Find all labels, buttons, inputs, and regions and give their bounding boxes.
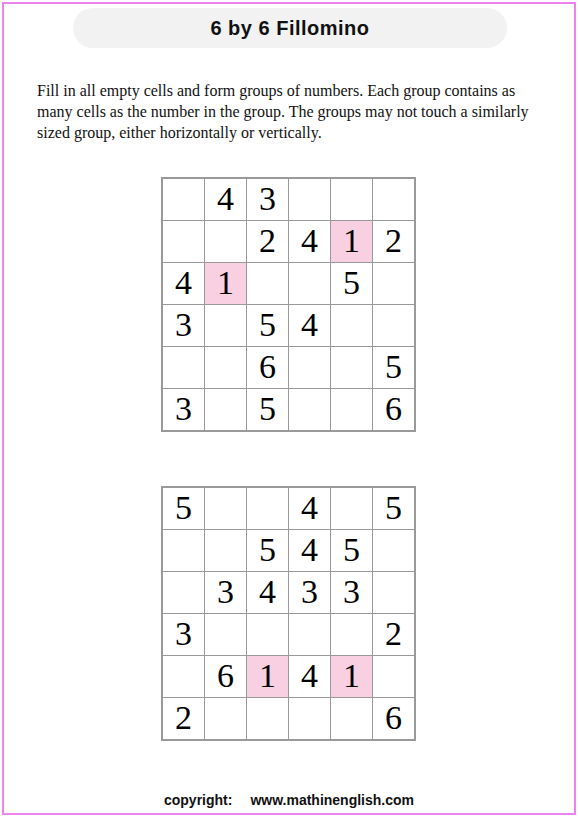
instructions-text: Fill in all empty cells and form groups … bbox=[37, 80, 543, 143]
grid2-cell-r5c1[interactable] bbox=[163, 656, 204, 697]
grid2-cell-r2c6[interactable] bbox=[373, 530, 414, 571]
grid2-cell-r4c1: 3 bbox=[163, 614, 204, 655]
grid2-cell-r3c5: 3 bbox=[331, 572, 372, 613]
grid1-cell-r1c3: 3 bbox=[247, 179, 288, 220]
grid1-cell-r5c2[interactable] bbox=[205, 347, 246, 388]
grid2-cell-r6c5[interactable] bbox=[331, 698, 372, 739]
grid2-cell-r1c1: 5 bbox=[163, 488, 204, 529]
grid2-cell-r6c6: 6 bbox=[373, 698, 414, 739]
fillomino-grid-1: 43241241535465356 bbox=[161, 177, 416, 432]
worksheet-page: 6 by 6 Fillomino Fill in all empty cells… bbox=[0, 0, 578, 818]
website-url: www.mathinenglish.com bbox=[250, 792, 414, 808]
grid2-cell-r1c6: 5 bbox=[373, 488, 414, 529]
grid2-cell-r5c3: 1 bbox=[247, 656, 288, 697]
grid2-cell-r6c2[interactable] bbox=[205, 698, 246, 739]
grid2-cell-r5c4: 4 bbox=[289, 656, 330, 697]
grid1-cell-r3c2: 1 bbox=[205, 263, 246, 304]
grid1-cell-r1c5[interactable] bbox=[331, 179, 372, 220]
grid2-cell-r2c1[interactable] bbox=[163, 530, 204, 571]
grid2-cell-r3c6[interactable] bbox=[373, 572, 414, 613]
grid1-cell-r6c1: 3 bbox=[163, 389, 204, 430]
grid2-cell-r4c3[interactable] bbox=[247, 614, 288, 655]
grid1-cell-r2c2[interactable] bbox=[205, 221, 246, 262]
grid1-cell-r4c4: 4 bbox=[289, 305, 330, 346]
grid2-cell-r3c2: 3 bbox=[205, 572, 246, 613]
grid2-cell-r2c2[interactable] bbox=[205, 530, 246, 571]
grid1-cell-r3c6[interactable] bbox=[373, 263, 414, 304]
grid1-cell-r5c5[interactable] bbox=[331, 347, 372, 388]
grid1-cell-r3c3[interactable] bbox=[247, 263, 288, 304]
grid1-cell-r5c3: 6 bbox=[247, 347, 288, 388]
grid1-cell-r6c3: 5 bbox=[247, 389, 288, 430]
grid1-cell-r2c1[interactable] bbox=[163, 221, 204, 262]
grid2-cell-r2c5: 5 bbox=[331, 530, 372, 571]
grid1-cell-r4c6[interactable] bbox=[373, 305, 414, 346]
grid1-cell-r1c2: 4 bbox=[205, 179, 246, 220]
grid2-cell-r3c3: 4 bbox=[247, 572, 288, 613]
grid1-cell-r3c4[interactable] bbox=[289, 263, 330, 304]
grid1-cell-r6c6: 6 bbox=[373, 389, 414, 430]
grid1-cell-r6c5[interactable] bbox=[331, 389, 372, 430]
grid1-cell-r3c1: 4 bbox=[163, 263, 204, 304]
grid2-cell-r2c3: 5 bbox=[247, 530, 288, 571]
grid2-cell-r6c1: 2 bbox=[163, 698, 204, 739]
grid2-cell-r1c2[interactable] bbox=[205, 488, 246, 529]
grid1-cell-r4c1: 3 bbox=[163, 305, 204, 346]
grid2-cell-r4c2[interactable] bbox=[205, 614, 246, 655]
grid1-cell-r5c4[interactable] bbox=[289, 347, 330, 388]
grid1-cell-r1c6[interactable] bbox=[373, 179, 414, 220]
grid1-cell-r5c6: 5 bbox=[373, 347, 414, 388]
grid1-cell-r2c3: 2 bbox=[247, 221, 288, 262]
title-pill: 6 by 6 Fillomino bbox=[73, 8, 507, 48]
grid2-cell-r3c4: 3 bbox=[289, 572, 330, 613]
grid2-cell-r5c6[interactable] bbox=[373, 656, 414, 697]
grid2-cell-r1c3[interactable] bbox=[247, 488, 288, 529]
grid1-cell-r4c5[interactable] bbox=[331, 305, 372, 346]
grid1-cell-r6c4[interactable] bbox=[289, 389, 330, 430]
grid2-cell-r6c4[interactable] bbox=[289, 698, 330, 739]
grid2-cell-r2c4: 4 bbox=[289, 530, 330, 571]
grid1-cell-r2c4: 4 bbox=[289, 221, 330, 262]
grid2-cell-r1c4: 4 bbox=[289, 488, 330, 529]
grid1-cell-r5c1[interactable] bbox=[163, 347, 204, 388]
grid1-cell-r6c2[interactable] bbox=[205, 389, 246, 430]
grid2-cell-r4c4[interactable] bbox=[289, 614, 330, 655]
page-title: 6 by 6 Fillomino bbox=[210, 17, 369, 40]
grid1-cell-r4c3: 5 bbox=[247, 305, 288, 346]
grid1-cell-r1c4[interactable] bbox=[289, 179, 330, 220]
fillomino-grid-2: 545545343332614126 bbox=[161, 486, 416, 741]
grid2-cell-r6c3[interactable] bbox=[247, 698, 288, 739]
copyright-label: copyright: bbox=[164, 792, 232, 808]
grid2-cell-r3c1[interactable] bbox=[163, 572, 204, 613]
grid2-cell-r4c5[interactable] bbox=[331, 614, 372, 655]
footer: copyright: www.mathinenglish.com bbox=[0, 792, 578, 808]
grid1-cell-r2c6: 2 bbox=[373, 221, 414, 262]
grid1-cell-r3c5: 5 bbox=[331, 263, 372, 304]
grid2-cell-r1c5[interactable] bbox=[331, 488, 372, 529]
grid1-cell-r2c5: 1 bbox=[331, 221, 372, 262]
grid2-cell-r5c5: 1 bbox=[331, 656, 372, 697]
grid1-cell-r4c2[interactable] bbox=[205, 305, 246, 346]
grid2-cell-r5c2: 6 bbox=[205, 656, 246, 697]
grid2-cell-r4c6: 2 bbox=[373, 614, 414, 655]
grid1-cell-r1c1[interactable] bbox=[163, 179, 204, 220]
